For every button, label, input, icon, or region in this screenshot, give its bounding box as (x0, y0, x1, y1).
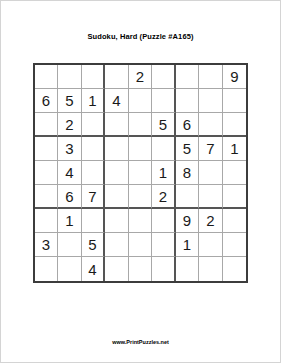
sudoku-cell-r7c9 (223, 209, 247, 233)
sudoku-cell-r2c1: 6 (35, 89, 59, 113)
sudoku-cell-r8c4 (105, 233, 129, 257)
sudoku-cell-r3c5 (129, 113, 153, 137)
sudoku-cell-r3c9 (223, 113, 247, 137)
sudoku-cell-r2c4: 4 (105, 89, 129, 113)
sudoku-cell-r2c2: 5 (58, 89, 82, 113)
sudoku-cell-r7c6 (152, 209, 176, 233)
sudoku-cell-r5c9 (223, 161, 247, 185)
sudoku-cell-r1c7 (176, 65, 200, 89)
sudoku-cell-r5c7: 8 (176, 161, 200, 185)
sudoku-cell-r7c2: 1 (58, 209, 82, 233)
sudoku-cell-r8c8 (199, 233, 223, 257)
sudoku-cell-r1c6 (152, 65, 176, 89)
sudoku-cell-r4c9: 1 (223, 137, 247, 161)
sudoku-cell-r5c3 (82, 161, 106, 185)
sudoku-cell-r4c3 (82, 137, 106, 161)
sudoku-cell-r1c2 (58, 65, 82, 89)
sudoku-cell-r9c4 (105, 257, 129, 281)
sudoku-cell-r6c2: 6 (58, 185, 82, 209)
sudoku-cell-r6c8 (199, 185, 223, 209)
puzzle-title: Sudoku, Hard (Puzzle #A165) (1, 32, 280, 41)
sudoku-cell-r7c8: 2 (199, 209, 223, 233)
sudoku-cell-r5c6: 1 (152, 161, 176, 185)
sudoku-cell-r5c4 (105, 161, 129, 185)
sudoku-cell-r8c9 (223, 233, 247, 257)
sudoku-cell-r4c7: 5 (176, 137, 200, 161)
sudoku-cell-r9c7 (176, 257, 200, 281)
sudoku-cell-r2c7 (176, 89, 200, 113)
sudoku-cell-r5c8 (199, 161, 223, 185)
sudoku-cell-r6c9 (223, 185, 247, 209)
sudoku-cell-r8c6 (152, 233, 176, 257)
sudoku-cell-r7c4 (105, 209, 129, 233)
puzzle-page: Sudoku, Hard (Puzzle #A165) 296514256357… (0, 0, 281, 363)
sudoku-cell-r4c5 (129, 137, 153, 161)
footer-url: www.PrintPuzzles.net (1, 339, 280, 345)
sudoku-cell-r4c4 (105, 137, 129, 161)
sudoku-cell-r9c8 (199, 257, 223, 281)
sudoku-cell-r8c1: 3 (35, 233, 59, 257)
sudoku-cell-r8c3: 5 (82, 233, 106, 257)
sudoku-cell-r9c5 (129, 257, 153, 281)
sudoku-cell-r7c1 (35, 209, 59, 233)
sudoku-cell-r1c8 (199, 65, 223, 89)
sudoku-cell-r6c3: 7 (82, 185, 106, 209)
sudoku-cell-r4c6 (152, 137, 176, 161)
sudoku-board: 29651425635714186721923514 (33, 63, 249, 283)
sudoku-cell-r3c1 (35, 113, 59, 137)
sudoku-cell-r6c6: 2 (152, 185, 176, 209)
sudoku-cell-r7c5 (129, 209, 153, 233)
sudoku-cell-r2c6 (152, 89, 176, 113)
sudoku-cell-r4c1 (35, 137, 59, 161)
sudoku-cell-r9c1 (35, 257, 59, 281)
sudoku-cell-r9c3: 4 (82, 257, 106, 281)
sudoku-cell-r9c9 (223, 257, 247, 281)
sudoku-cell-r8c2 (58, 233, 82, 257)
sudoku-cell-r2c9 (223, 89, 247, 113)
sudoku-cell-r9c2 (58, 257, 82, 281)
sudoku-cell-r6c5 (129, 185, 153, 209)
sudoku-cell-r5c5 (129, 161, 153, 185)
sudoku-cell-r1c3 (82, 65, 106, 89)
sudoku-cell-r7c3 (82, 209, 106, 233)
sudoku-cell-r1c4 (105, 65, 129, 89)
sudoku-cell-r7c7: 9 (176, 209, 200, 233)
sudoku-cell-r3c3 (82, 113, 106, 137)
sudoku-cell-r1c1 (35, 65, 59, 89)
sudoku-cell-r2c5 (129, 89, 153, 113)
sudoku-cell-r4c2: 3 (58, 137, 82, 161)
sudoku-cell-r2c3: 1 (82, 89, 106, 113)
sudoku-cell-r2c8 (199, 89, 223, 113)
sudoku-cell-r6c7 (176, 185, 200, 209)
sudoku-cell-r5c1 (35, 161, 59, 185)
sudoku-cell-r3c4 (105, 113, 129, 137)
sudoku-cell-r5c2: 4 (58, 161, 82, 185)
sudoku-cell-r8c7: 1 (176, 233, 200, 257)
sudoku-cell-r4c8: 7 (199, 137, 223, 161)
sudoku-cell-r8c5 (129, 233, 153, 257)
sudoku-cell-r6c4 (105, 185, 129, 209)
sudoku-cell-r3c6: 5 (152, 113, 176, 137)
sudoku-cell-r1c9: 9 (223, 65, 247, 89)
sudoku-cell-r3c8 (199, 113, 223, 137)
sudoku-cell-r1c5: 2 (129, 65, 153, 89)
sudoku-cell-r3c7: 6 (176, 113, 200, 137)
sudoku-cell-r6c1 (35, 185, 59, 209)
sudoku-cell-r9c6 (152, 257, 176, 281)
sudoku-cell-r3c2: 2 (58, 113, 82, 137)
